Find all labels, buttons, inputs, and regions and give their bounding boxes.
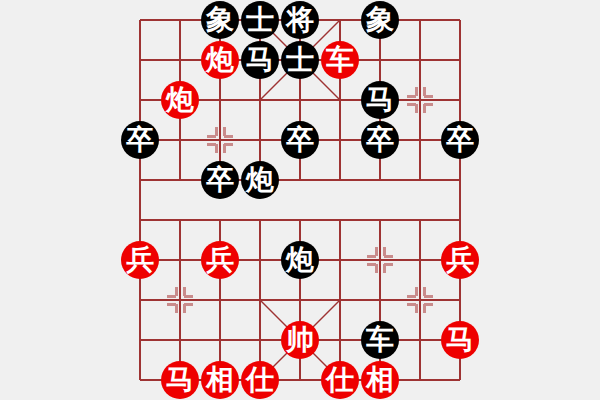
piece-red-advisor[interactable]: 仕: [241, 361, 279, 399]
xiangqi-board-screen: 象士将象炮马士车炮马卒卒卒卒卒炮兵兵炮兵帅车马马相仕仕相: [0, 0, 600, 400]
piece-black-cannon[interactable]: 炮: [281, 241, 319, 279]
piece-red-elephant[interactable]: 相: [361, 361, 399, 399]
piece-black-elephant[interactable]: 象: [201, 1, 239, 39]
piece-red-horse[interactable]: 马: [161, 361, 199, 399]
piece-black-elephant[interactable]: 象: [361, 1, 399, 39]
piece-black-horse[interactable]: 马: [241, 41, 279, 79]
piece-red-soldier[interactable]: 兵: [201, 241, 239, 279]
piece-black-advisor[interactable]: 士: [241, 1, 279, 39]
piece-red-soldier[interactable]: 兵: [441, 241, 479, 279]
piece-red-elephant[interactable]: 相: [201, 361, 239, 399]
piece-black-soldier[interactable]: 卒: [121, 121, 159, 159]
piece-red-horse[interactable]: 马: [441, 321, 479, 359]
piece-black-cannon[interactable]: 炮: [241, 161, 279, 199]
piece-red-advisor[interactable]: 仕: [321, 361, 359, 399]
piece-black-soldier[interactable]: 卒: [201, 161, 239, 199]
piece-red-cannon[interactable]: 炮: [201, 41, 239, 79]
piece-black-soldier[interactable]: 卒: [361, 121, 399, 159]
piece-red-general[interactable]: 帅: [281, 321, 319, 359]
piece-red-chariot[interactable]: 车: [321, 41, 359, 79]
piece-black-soldier[interactable]: 卒: [441, 121, 479, 159]
piece-red-cannon[interactable]: 炮: [161, 81, 199, 119]
piece-red-soldier[interactable]: 兵: [121, 241, 159, 279]
piece-black-advisor[interactable]: 士: [281, 41, 319, 79]
piece-black-soldier[interactable]: 卒: [281, 121, 319, 159]
piece-black-horse[interactable]: 马: [361, 81, 399, 119]
pieces-layer: 象士将象炮马士车炮马卒卒卒卒卒炮兵兵炮兵帅车马马相仕仕相: [0, 0, 600, 400]
piece-black-chariot[interactable]: 车: [361, 321, 399, 359]
piece-black-general[interactable]: 将: [281, 1, 319, 39]
